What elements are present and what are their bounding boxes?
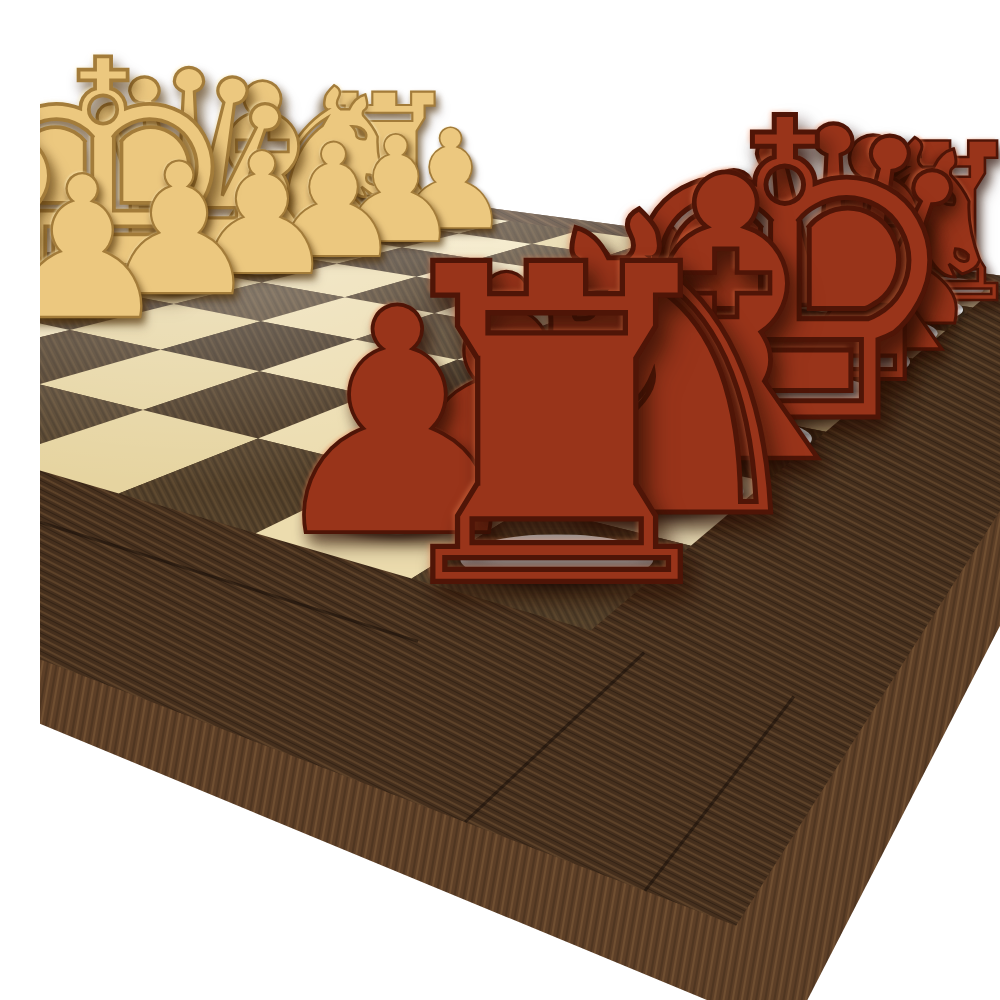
pawn-glyph: ♟ xyxy=(40,150,171,347)
chess-set-photo: ♜♟♞♟♝♟♛♜♟♚♞♟♝♝♟♟♛♟♚♟♝♟♞♟♜ xyxy=(40,16,1000,1000)
rook-glyph: ♜ xyxy=(360,210,754,650)
pieces-layer: ♜♟♞♟♝♟♛♜♟♚♞♟♝♝♟♟♛♟♚♟♝♟♞♟♜ xyxy=(40,16,1000,1000)
